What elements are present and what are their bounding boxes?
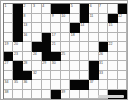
cell-r7c1[interactable]: 27 — [4, 61, 13, 71]
cell-r8c6[interactable] — [51, 71, 60, 81]
cell-r6c13[interactable] — [118, 52, 127, 62]
clue-number: 12 — [118, 14, 122, 18]
cell-r6c8[interactable] — [70, 52, 79, 62]
cell-r4c9[interactable] — [80, 33, 89, 43]
cell-r7c7[interactable] — [61, 61, 70, 71]
cell-r2c8[interactable] — [70, 14, 79, 24]
clue-number: 38 — [5, 90, 9, 94]
cell-r2c13[interactable]: 12 — [118, 14, 127, 24]
cell-r7c8[interactable] — [70, 61, 79, 71]
cell-r4c1[interactable] — [4, 33, 13, 43]
clue-number: 20 — [14, 42, 18, 46]
block-r4c5 — [42, 33, 51, 43]
block-r2c9 — [80, 14, 89, 24]
clue-number: 39 — [61, 90, 65, 94]
clue-number: 36 — [23, 80, 27, 84]
cell-r2c7[interactable]: 10 — [61, 14, 70, 24]
cell-r7c12[interactable] — [108, 61, 117, 71]
block-r1c7 — [61, 4, 70, 14]
cell-r6c9[interactable] — [80, 52, 89, 62]
cell-r5c3[interactable] — [23, 42, 32, 52]
clue-number: 34 — [5, 80, 9, 84]
cell-r6c12[interactable] — [108, 52, 117, 62]
clue-number: 10 — [61, 14, 65, 18]
cell-r10c7[interactable]: 39 — [61, 90, 70, 100]
cell-r3c13[interactable] — [118, 23, 127, 33]
cell-r1c1[interactable]: 1 — [4, 4, 13, 14]
clue-number: 17 — [52, 33, 56, 37]
block-r3c2 — [13, 23, 22, 33]
block-r2c12 — [108, 14, 117, 24]
block-r9c8 — [70, 80, 79, 90]
cell-r8c4[interactable]: 32 — [32, 71, 41, 81]
cell-r9c7[interactable] — [61, 80, 70, 90]
cell-r7c3[interactable]: 28 — [23, 61, 32, 71]
cell-r7c11[interactable]: 31 — [99, 61, 108, 71]
block-r1c13 — [118, 4, 127, 14]
cell-r6c7[interactable]: 25 — [61, 52, 70, 62]
cell-r3c1[interactable] — [4, 23, 13, 33]
cell-r8c8[interactable] — [70, 71, 79, 81]
cell-r7c4[interactable] — [32, 61, 41, 71]
cell-r4c8[interactable]: 18 — [70, 33, 79, 43]
cell-r5c6[interactable]: 21 — [51, 42, 60, 52]
clue-number: 2 — [23, 4, 25, 8]
cell-r2c4[interactable] — [32, 14, 41, 24]
block-r8c2 — [13, 71, 22, 81]
cell-r6c2[interactable]: 23 — [13, 52, 22, 62]
clue-number: 11 — [90, 14, 94, 18]
block-r5c5 — [42, 42, 51, 52]
block-r6c1 — [4, 52, 13, 62]
block-r3c8 — [70, 23, 79, 33]
cell-r3c9[interactable]: 14 — [80, 23, 89, 33]
cell-r10c4[interactable] — [32, 90, 41, 100]
cell-r9c5[interactable] — [42, 80, 51, 90]
block-r8c3 — [23, 71, 32, 81]
cell-r2c10[interactable]: 11 — [89, 14, 98, 24]
block-r7c2 — [13, 61, 22, 71]
cell-r7c5[interactable]: 29 — [42, 61, 51, 71]
clue-number: 24 — [33, 52, 37, 56]
cell-r5c1[interactable]: 19 — [4, 42, 13, 52]
cell-r5c13[interactable] — [118, 42, 127, 52]
watermark — [98, 95, 124, 98]
block-r6c6 — [51, 52, 60, 62]
clue-number: 6 — [90, 4, 92, 8]
cell-r4c10[interactable] — [89, 33, 98, 43]
clue-number: 18 — [71, 33, 75, 37]
cell-r2c1[interactable] — [4, 14, 13, 24]
cell-r10c5[interactable] — [42, 90, 51, 100]
clue-number: 28 — [23, 61, 27, 65]
cell-r9c4[interactable] — [32, 80, 41, 90]
cell-r8c12[interactable] — [108, 71, 117, 81]
cell-r9c6[interactable] — [51, 80, 60, 90]
cell-r1c11[interactable]: 7 — [99, 4, 108, 14]
cell-r9c3[interactable]: 36 — [23, 80, 32, 90]
cell-r4c13[interactable] — [118, 33, 127, 43]
cell-r3c11[interactable] — [99, 23, 108, 33]
cell-r8c5[interactable] — [42, 71, 51, 81]
cell-r3c3[interactable]: 13 — [23, 23, 32, 33]
clue-number: 19 — [5, 42, 9, 46]
cell-r5c12[interactable]: 22 — [108, 42, 117, 52]
clue-number: 14 — [80, 23, 84, 27]
clue-number: 33 — [99, 71, 103, 75]
block-r8c10 — [89, 71, 98, 81]
cell-r5c9[interactable] — [80, 42, 89, 52]
cell-r3c5[interactable] — [42, 23, 51, 33]
cell-r6c11[interactable]: 26 — [99, 52, 108, 62]
cell-r2c11[interactable] — [99, 14, 108, 24]
cell-r8c1[interactable] — [4, 71, 13, 81]
cell-r1c12[interactable] — [108, 4, 117, 14]
cell-r4c11[interactable] — [99, 33, 108, 43]
block-r5c11 — [99, 42, 108, 52]
cell-r7c9[interactable] — [80, 61, 89, 71]
cell-r10c9[interactable] — [80, 90, 89, 100]
cell-r5c2[interactable]: 20 — [13, 42, 22, 52]
clue-number: 23 — [14, 52, 18, 56]
clue-number: 29 — [42, 61, 46, 65]
cell-r9c2[interactable]: 35 — [13, 80, 22, 90]
cell-r1c10[interactable]: 6 — [89, 4, 98, 14]
cell-r9c10[interactable]: 37 — [89, 80, 98, 90]
block-r5c4 — [32, 42, 41, 52]
clue-number: 30 — [52, 61, 56, 65]
cell-r3c4[interactable] — [32, 23, 41, 33]
cell-r5c8[interactable] — [70, 42, 79, 52]
cell-r4c3[interactable]: 16 — [23, 33, 32, 43]
cell-r2c6[interactable]: 9 — [51, 14, 60, 24]
cell-r7c13[interactable] — [118, 61, 127, 71]
cell-r6c3[interactable] — [23, 52, 32, 62]
cell-r10c2[interactable] — [13, 90, 22, 100]
cell-r2c3[interactable]: 8 — [23, 14, 32, 24]
cell-r3c10[interactable] — [89, 23, 98, 33]
clue-number: 37 — [90, 80, 94, 84]
cell-r9c11[interactable] — [99, 80, 108, 90]
clue-number: 7 — [99, 4, 101, 8]
clue-number: 8 — [23, 14, 25, 18]
block-r7c10 — [89, 61, 98, 71]
block-r2c2 — [13, 14, 22, 24]
clue-number: 22 — [109, 42, 113, 46]
cell-r9c12[interactable] — [108, 80, 117, 90]
cell-r10c3[interactable] — [23, 90, 32, 100]
crossword-grid: 1234567891011121314151617181920212223242… — [3, 3, 127, 99]
clue-number: 27 — [5, 61, 9, 65]
clue-number: 31 — [99, 61, 103, 65]
clue-number: 15 — [109, 23, 113, 27]
cell-r5c7[interactable] — [61, 42, 70, 52]
cell-r8c13[interactable] — [118, 71, 127, 81]
cell-r3c12[interactable]: 15 — [108, 23, 117, 33]
cell-r3c6[interactable] — [51, 23, 60, 33]
cell-r7c6[interactable]: 30 — [51, 61, 60, 71]
cell-r4c6[interactable]: 17 — [51, 33, 60, 43]
block-r9c9 — [80, 80, 89, 90]
cell-r1c3[interactable]: 2 — [23, 4, 32, 14]
cell-r1c5[interactable]: 4 — [42, 4, 51, 14]
block-r10c6 — [51, 90, 60, 100]
clue-number: 1 — [5, 4, 7, 8]
cell-r9c1[interactable]: 34 — [4, 80, 13, 90]
cell-r8c11[interactable]: 33 — [99, 71, 108, 81]
clue-number: 25 — [61, 52, 65, 56]
cell-r1c4[interactable]: 3 — [32, 4, 41, 14]
block-r6c5 — [42, 52, 51, 62]
clue-number: 13 — [23, 23, 27, 27]
cell-r4c12[interactable] — [108, 33, 117, 43]
clue-number: 16 — [23, 33, 27, 37]
clue-number: 35 — [14, 80, 18, 84]
cell-r6c10[interactable] — [89, 52, 98, 62]
cell-r8c9[interactable] — [80, 71, 89, 81]
block-r1c9 — [80, 4, 89, 14]
cell-r9c13[interactable] — [118, 80, 127, 90]
clue-number: 21 — [52, 42, 56, 46]
block-r4c2 — [13, 33, 22, 43]
clue-number: 5 — [71, 4, 73, 8]
cell-r8c7[interactable] — [61, 71, 70, 81]
cell-r4c7[interactable] — [61, 33, 70, 43]
clue-number: 32 — [33, 71, 37, 75]
crossword-puzzle-page: 1234567891011121314151617181920212223242… — [0, 0, 128, 100]
cell-r3c7[interactable] — [61, 23, 70, 33]
block-r1c2 — [13, 4, 22, 14]
cell-r2c5[interactable] — [42, 14, 51, 24]
clue-number: 9 — [52, 14, 54, 18]
clue-number: 4 — [42, 4, 44, 8]
block-r1c6 — [51, 4, 60, 14]
cell-r6c4[interactable]: 24 — [32, 52, 41, 62]
cell-r1c8[interactable]: 5 — [70, 4, 79, 14]
cell-r5c10[interactable] — [89, 42, 98, 52]
cell-r4c4[interactable] — [32, 33, 41, 43]
cell-r10c8[interactable] — [70, 90, 79, 100]
clue-number: 3 — [33, 4, 35, 8]
clue-number: 26 — [99, 52, 103, 56]
cell-r10c1[interactable]: 38 — [4, 90, 13, 100]
